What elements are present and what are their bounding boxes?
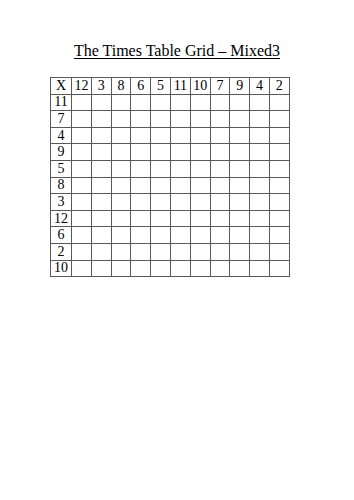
answer-cell[interactable] [151,128,171,145]
answer-cell[interactable] [230,111,250,128]
answer-cell[interactable] [171,161,191,178]
answer-cell[interactable] [171,111,191,128]
answer-cell[interactable] [92,144,112,161]
answer-cell[interactable] [151,227,171,244]
answer-cell[interactable] [171,178,191,195]
answer-cell[interactable] [171,261,191,278]
answer-cell[interactable] [171,194,191,211]
row-header-cell: 2 [51,244,72,261]
answer-cell[interactable] [131,194,151,211]
answer-cell[interactable] [211,194,231,211]
times-table-grid: X1238651110794211749583126210 [50,77,290,277]
answer-cell[interactable] [270,95,290,112]
answer-cell[interactable] [92,95,112,112]
answer-cell[interactable] [112,194,132,211]
answer-cell[interactable] [270,261,290,278]
answer-cell[interactable] [72,161,92,178]
answer-cell[interactable] [151,161,171,178]
answer-cell[interactable] [72,128,92,145]
answer-cell[interactable] [171,211,191,228]
answer-cell[interactable] [131,211,151,228]
answer-cell[interactable] [250,144,270,161]
row-header-cell: 5 [51,161,72,178]
answer-cell[interactable] [191,211,211,228]
answer-cell[interactable] [270,111,290,128]
answer-cell[interactable] [250,227,270,244]
answer-cell[interactable] [171,144,191,161]
answer-cell[interactable] [72,227,92,244]
answer-cell[interactable] [92,128,112,145]
answer-cell[interactable] [230,128,250,145]
answer-cell[interactable] [72,194,92,211]
answer-cell[interactable] [151,261,171,278]
answer-cell[interactable] [72,95,92,112]
answer-cell[interactable] [211,261,231,278]
answer-cell[interactable] [250,161,270,178]
answer-cell[interactable] [230,244,250,261]
answer-cell[interactable] [92,261,112,278]
answer-cell[interactable] [131,95,151,112]
answer-cell[interactable] [270,178,290,195]
answer-cell[interactable] [191,128,211,145]
col-header-cell: 5 [151,78,171,95]
answer-cell[interactable] [72,244,92,261]
answer-cell[interactable] [171,128,191,145]
answer-cell[interactable] [211,111,231,128]
answer-cell[interactable] [151,194,171,211]
answer-cell[interactable] [250,261,270,278]
answer-cell[interactable] [250,211,270,228]
answer-cell[interactable] [151,95,171,112]
answer-cell[interactable] [230,194,250,211]
answer-cell[interactable] [211,144,231,161]
answer-cell[interactable] [270,161,290,178]
col-header-cell: 3 [92,78,112,95]
answer-cell[interactable] [92,178,112,195]
answer-cell[interactable] [270,128,290,145]
answer-cell[interactable] [72,144,92,161]
answer-cell[interactable] [92,194,112,211]
answer-cell[interactable] [151,144,171,161]
answer-cell[interactable] [230,144,250,161]
answer-cell[interactable] [131,144,151,161]
row-header-cell: 6 [51,227,72,244]
col-header-cell: 10 [191,78,211,95]
answer-cell[interactable] [112,128,132,145]
answer-cell[interactable] [211,227,231,244]
answer-cell[interactable] [131,244,151,261]
answer-cell[interactable] [250,178,270,195]
answer-cell[interactable] [112,161,132,178]
answer-cell[interactable] [230,211,250,228]
answer-cell[interactable] [131,161,151,178]
answer-cell[interactable] [92,161,112,178]
col-header-cell: 4 [250,78,270,95]
page-title: The Times Table Grid – Mixed3 [0,41,354,60]
answer-cell[interactable] [151,178,171,195]
answer-cell[interactable] [72,178,92,195]
answer-cell[interactable] [250,194,270,211]
answer-cell[interactable] [112,227,132,244]
answer-cell[interactable] [112,111,132,128]
answer-cell[interactable] [112,261,132,278]
col-header-cell: 2 [270,78,290,95]
answer-cell[interactable] [112,244,132,261]
answer-cell[interactable] [270,144,290,161]
answer-cell[interactable] [171,244,191,261]
answer-cell[interactable] [250,128,270,145]
row-header-cell: 9 [51,144,72,161]
worksheet-page: The Times Table Grid – Mixed3 X123865111… [0,0,354,500]
answer-cell[interactable] [270,227,290,244]
answer-cell[interactable] [270,211,290,228]
answer-cell[interactable] [191,261,211,278]
answer-cell[interactable] [191,95,211,112]
answer-cell[interactable] [191,227,211,244]
answer-cell[interactable] [211,211,231,228]
answer-cell[interactable] [131,111,151,128]
answer-cell[interactable] [112,211,132,228]
answer-cell[interactable] [230,95,250,112]
answer-cell[interactable] [230,178,250,195]
answer-cell[interactable] [270,194,290,211]
answer-cell[interactable] [270,244,290,261]
answer-cell[interactable] [250,111,270,128]
row-header-cell: 11 [51,95,72,112]
answer-cell[interactable] [191,144,211,161]
answer-cell[interactable] [151,244,171,261]
answer-cell[interactable] [112,178,132,195]
row-header-cell: 3 [51,194,72,211]
col-header-cell: 6 [131,78,151,95]
answer-cell[interactable] [191,178,211,195]
answer-cell[interactable] [191,244,211,261]
answer-cell[interactable] [171,227,191,244]
answer-cell[interactable] [230,261,250,278]
answer-cell[interactable] [131,261,151,278]
row-header-cell: 7 [51,111,72,128]
col-header-cell: 8 [112,78,132,95]
answer-cell[interactable] [131,128,151,145]
answer-cell[interactable] [191,161,211,178]
answer-cell[interactable] [131,178,151,195]
col-header-cell: 11 [171,78,191,95]
answer-cell[interactable] [230,227,250,244]
answer-cell[interactable] [230,161,250,178]
answer-cell[interactable] [92,227,112,244]
answer-cell[interactable] [72,211,92,228]
answer-cell[interactable] [211,178,231,195]
answer-cell[interactable] [211,95,231,112]
answer-cell[interactable] [211,244,231,261]
col-header-cell: 9 [230,78,250,95]
answer-cell[interactable] [250,95,270,112]
multiply-operator-cell: X [51,78,72,95]
answer-cell[interactable] [72,261,92,278]
answer-cell[interactable] [211,161,231,178]
row-header-cell: 10 [51,261,72,278]
row-header-cell: 8 [51,178,72,195]
answer-cell[interactable] [92,211,112,228]
row-header-cell: 12 [51,211,72,228]
answer-cell[interactable] [211,128,231,145]
answer-cell[interactable] [191,111,211,128]
answer-cell[interactable] [131,227,151,244]
answer-cell[interactable] [72,111,92,128]
col-header-cell: 12 [72,78,92,95]
answer-cell[interactable] [171,95,191,112]
answer-cell[interactable] [191,194,211,211]
answer-cell[interactable] [151,211,171,228]
col-header-cell: 7 [211,78,231,95]
answer-cell[interactable] [112,144,132,161]
answer-cell[interactable] [92,244,112,261]
answer-cell[interactable] [250,244,270,261]
answer-cell[interactable] [151,111,171,128]
row-header-cell: 4 [51,128,72,145]
answer-cell[interactable] [112,95,132,112]
answer-cell[interactable] [92,111,112,128]
